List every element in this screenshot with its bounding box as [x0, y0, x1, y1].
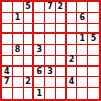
sudoku-cell-r1c2[interactable] [13, 2, 24, 13]
sudoku-cell-r4c2[interactable] [13, 34, 24, 45]
sudoku-cell-r8c5[interactable] [45, 77, 56, 88]
sudoku-cell-r3c6[interactable] [56, 24, 67, 35]
sudoku-cell-r2c3[interactable] [24, 13, 35, 24]
sudoku-cell-r4c1[interactable] [2, 34, 13, 45]
sudoku-cell-r5c5[interactable] [45, 45, 56, 56]
sudoku-cell-r3c5[interactable] [45, 24, 56, 35]
sudoku-cell-r6c2[interactable] [13, 56, 24, 67]
sudoku-cell-r8c8[interactable] [77, 77, 88, 88]
sudoku-cell-r4c9[interactable]: 5 [88, 34, 99, 45]
sudoku-cell-r9c4[interactable]: 1 [34, 88, 45, 99]
sudoku-cell-r6c6[interactable] [56, 56, 67, 67]
sudoku-cell-r7c5[interactable]: 3 [45, 67, 56, 78]
sudoku-cell-r8c3[interactable]: 2 [24, 77, 35, 88]
sudoku-cell-r1c8[interactable] [77, 2, 88, 13]
sudoku-cell-r6c5[interactable] [45, 56, 56, 67]
sudoku-cell-r7c8[interactable] [77, 67, 88, 78]
sudoku-cell-r1c4[interactable] [34, 2, 45, 13]
sudoku-cell-r3c1[interactable] [2, 24, 13, 35]
sudoku-cell-r4c4[interactable] [34, 34, 45, 45]
sudoku-cell-r2c2[interactable]: 1 [13, 13, 24, 24]
sudoku-cell-r9c7[interactable] [67, 88, 78, 99]
sudoku-cell-r5c2[interactable]: 8 [13, 45, 24, 56]
sudoku-cell-r2c8[interactable]: 6 [77, 13, 88, 24]
sudoku-cell-r6c3[interactable] [24, 56, 35, 67]
sudoku-cell-r8c2[interactable] [13, 77, 24, 88]
sudoku-cell-r5c8[interactable] [77, 45, 88, 56]
sudoku-cell-r1c7[interactable] [67, 2, 78, 13]
sudoku-cell-r9c1[interactable] [2, 88, 13, 99]
sudoku-cell-r4c3[interactable] [24, 34, 35, 45]
sudoku-cell-r3c8[interactable] [77, 24, 88, 35]
sudoku-cell-r2c1[interactable] [2, 13, 13, 24]
sudoku-cell-r8c7[interactable]: 4 [67, 77, 78, 88]
sudoku-cell-r5c7[interactable] [67, 45, 78, 56]
sudoku-cell-r7c2[interactable] [13, 67, 24, 78]
sudoku-cell-r6c9[interactable] [88, 56, 99, 67]
sudoku-cell-r3c7[interactable] [67, 24, 78, 35]
sudoku-cell-r7c7[interactable] [67, 67, 78, 78]
sudoku-cell-r9c6[interactable] [56, 88, 67, 99]
sudoku-cell-r6c8[interactable] [77, 56, 88, 67]
sudoku-cell-r2c9[interactable] [88, 13, 99, 24]
sudoku-cell-r3c4[interactable] [34, 24, 45, 35]
sudoku-cell-r5c6[interactable] [56, 45, 67, 56]
sudoku-cell-r7c9[interactable] [88, 67, 99, 78]
sudoku-cell-r5c4[interactable]: 3 [34, 45, 45, 56]
sudoku-cell-r1c9[interactable] [88, 2, 99, 13]
sudoku-cell-r2c5[interactable] [45, 13, 56, 24]
sudoku-cell-r7c4[interactable]: 6 [34, 67, 45, 78]
sudoku-cell-r5c1[interactable] [2, 45, 13, 56]
sudoku-cell-r4c8[interactable]: 1 [77, 34, 88, 45]
sudoku-cell-r3c3[interactable] [24, 24, 35, 35]
sudoku-cell-r6c1[interactable] [2, 56, 13, 67]
sudoku-cell-r8c4[interactable] [34, 77, 45, 88]
sudoku-cell-r1c5[interactable]: 7 [45, 2, 56, 13]
sudoku-cell-r1c6[interactable]: 2 [56, 2, 67, 13]
sudoku-cell-r7c6[interactable] [56, 67, 67, 78]
sudoku-cell-r6c4[interactable] [34, 56, 45, 67]
sudoku-cell-r3c2[interactable] [13, 24, 24, 35]
sudoku-cell-r9c8[interactable] [77, 88, 88, 99]
sudoku-cell-r4c6[interactable] [56, 34, 67, 45]
sudoku-board: 57216158324637241 [0, 0, 101, 101]
sudoku-cell-r6c7[interactable]: 2 [67, 56, 78, 67]
sudoku-cell-r9c2[interactable] [13, 88, 24, 99]
sudoku-cell-r4c7[interactable] [67, 34, 78, 45]
sudoku-cell-r9c3[interactable] [24, 88, 35, 99]
sudoku-cell-r8c1[interactable]: 7 [2, 77, 13, 88]
sudoku-cell-r2c4[interactable] [34, 13, 45, 24]
sudoku-cell-r1c3[interactable]: 5 [24, 2, 35, 13]
sudoku-cell-r4c5[interactable] [45, 34, 56, 45]
sudoku-cell-r9c5[interactable] [45, 88, 56, 99]
sudoku-cell-r5c3[interactable] [24, 45, 35, 56]
sudoku-cell-r2c7[interactable] [67, 13, 78, 24]
sudoku-cell-r8c9[interactable] [88, 77, 99, 88]
sudoku-cell-r5c9[interactable] [88, 45, 99, 56]
sudoku-cell-r7c1[interactable]: 4 [2, 67, 13, 78]
sudoku-cell-r2c6[interactable] [56, 13, 67, 24]
sudoku-cell-r7c3[interactable] [24, 67, 35, 78]
sudoku-cell-r8c6[interactable] [56, 77, 67, 88]
sudoku-cell-r1c1[interactable] [2, 2, 13, 13]
sudoku-cell-r3c9[interactable] [88, 24, 99, 35]
sudoku-cell-r9c9[interactable] [88, 88, 99, 99]
